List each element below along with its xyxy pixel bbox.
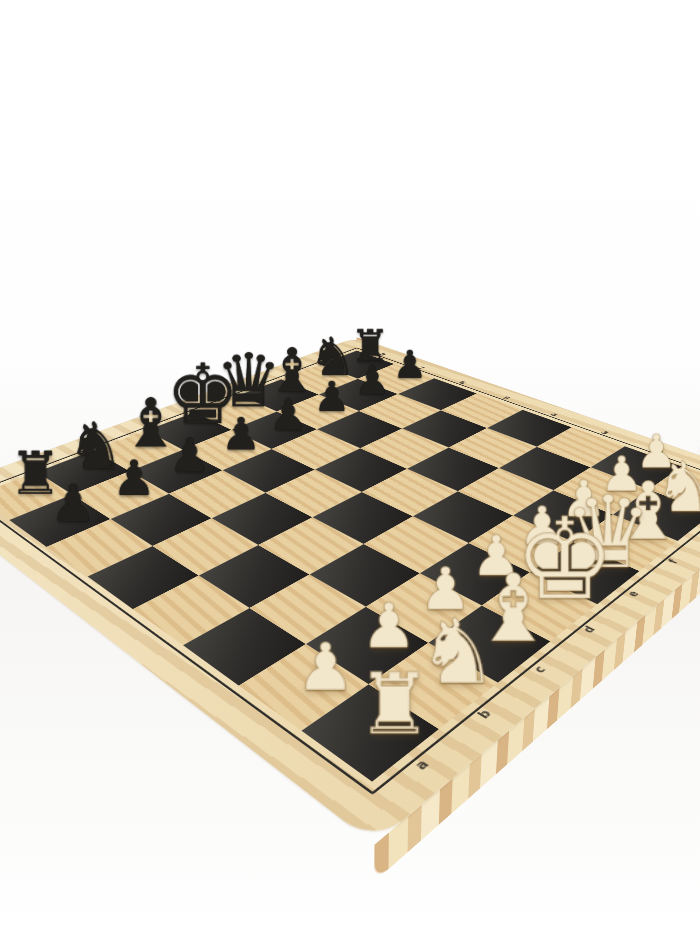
- rank-label-3: 3: [599, 430, 610, 435]
- black-pawn-icon: ♟: [30, 477, 115, 528]
- rank-label-5: 5: [501, 396, 512, 401]
- file-label-a: a: [412, 758, 432, 772]
- file-label-b: b: [475, 708, 494, 721]
- file-label-e: e: [625, 589, 641, 598]
- white-rook-icon: ♜: [336, 662, 453, 747]
- file-label-f: f: [666, 558, 680, 565]
- rank-label-4: 4: [548, 412, 559, 417]
- file-label-d: d: [580, 624, 597, 634]
- file-label-c: c: [531, 664, 548, 675]
- rank-label-6: 6: [457, 380, 467, 384]
